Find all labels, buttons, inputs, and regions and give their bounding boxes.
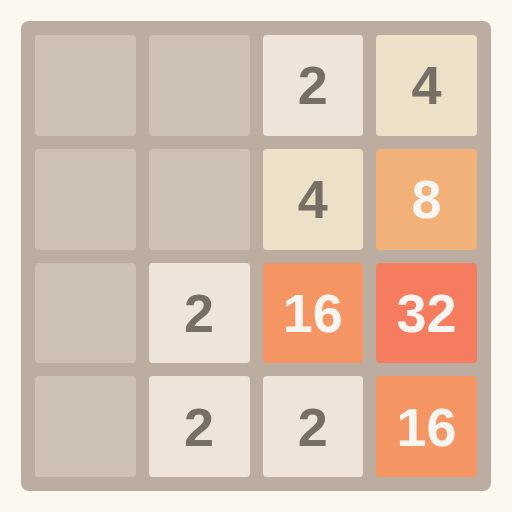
tile-4-r2c3: 4 [263, 149, 364, 250]
board-2048[interactable]: 2448216322216 [21, 21, 491, 491]
tile-2-r4c3: 2 [263, 376, 364, 477]
empty-cell-r1c2 [149, 35, 250, 136]
empty-cell-r1c1 [35, 35, 136, 136]
app-background: 2448216322216 [0, 0, 512, 512]
empty-cell-r2c1 [35, 149, 136, 250]
tile-2-r4c2: 2 [149, 376, 250, 477]
empty-cell-r3c1 [35, 263, 136, 364]
empty-cell-r2c2 [149, 149, 250, 250]
tile-16-r3c3: 16 [263, 263, 364, 364]
tile-8-r2c4: 8 [376, 149, 477, 250]
tile-4-r1c4: 4 [376, 35, 477, 136]
empty-cell-r4c1 [35, 376, 136, 477]
tile-2-r3c2: 2 [149, 263, 250, 364]
tile-32-r3c4: 32 [376, 263, 477, 364]
tile-2-r1c3: 2 [263, 35, 364, 136]
tile-16-r4c4: 16 [376, 376, 477, 477]
